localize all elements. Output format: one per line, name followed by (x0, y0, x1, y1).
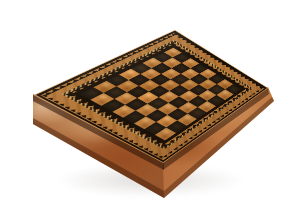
product-photo-scene (0, 0, 290, 214)
